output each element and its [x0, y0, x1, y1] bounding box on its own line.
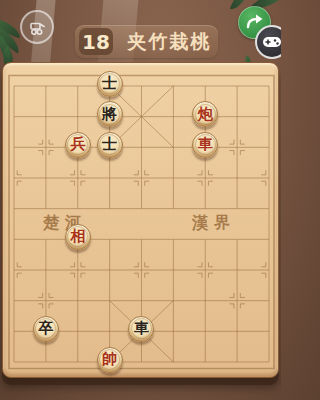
gamepad-icon — [262, 34, 281, 50]
puzzle-title: 夹竹栽桃 — [123, 25, 216, 58]
piece-black[interactable]: 士 — [97, 132, 123, 158]
cart-icon — [27, 17, 47, 37]
piece-black[interactable]: 將 — [97, 101, 123, 127]
piece-layer: 士將炮兵士車相卒車帥 — [0, 71, 281, 378]
back-button[interactable] — [20, 10, 54, 44]
xiangqi-board[interactable]: 楚河 漢界 士將炮兵士車相卒車帥 — [2, 62, 279, 378]
piece-red[interactable]: 帥 — [97, 347, 123, 373]
piece-black[interactable]: 車 — [128, 316, 154, 342]
piece-red[interactable]: 炮 — [192, 101, 218, 127]
piece-red[interactable]: 兵 — [65, 132, 91, 158]
gamepad-button[interactable] — [255, 25, 281, 59]
piece-black[interactable]: 卒 — [33, 316, 59, 342]
table-front-edge — [0, 378, 281, 400]
puzzle-title-plaque: 18 夹竹栽桃 — [75, 25, 218, 58]
piece-red[interactable]: 相 — [65, 224, 91, 250]
piece-red[interactable]: 車 — [192, 132, 218, 158]
puzzle-number: 18 — [79, 28, 113, 55]
piece-black[interactable]: 士 — [97, 71, 123, 97]
